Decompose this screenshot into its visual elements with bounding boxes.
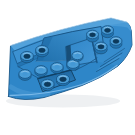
row-stud-2 [35, 66, 47, 77]
row-stud-1 [19, 70, 31, 81]
product-image [0, 0, 135, 135]
tube-stud-1 [87, 30, 99, 42]
tube-stud-2 [102, 26, 114, 38]
row-stud-3 [51, 63, 63, 74]
right-pocket-stud [72, 51, 83, 61]
left-shelf-stud-1 [21, 51, 34, 62]
tube-stud-4 [110, 37, 122, 49]
front-pocket-stud-1 [41, 79, 54, 90]
tube-stud-3 [95, 42, 107, 54]
front-pocket-stud-2 [56, 74, 69, 85]
lego-piece-svg [0, 0, 135, 135]
left-shelf-stud-2 [36, 45, 49, 56]
